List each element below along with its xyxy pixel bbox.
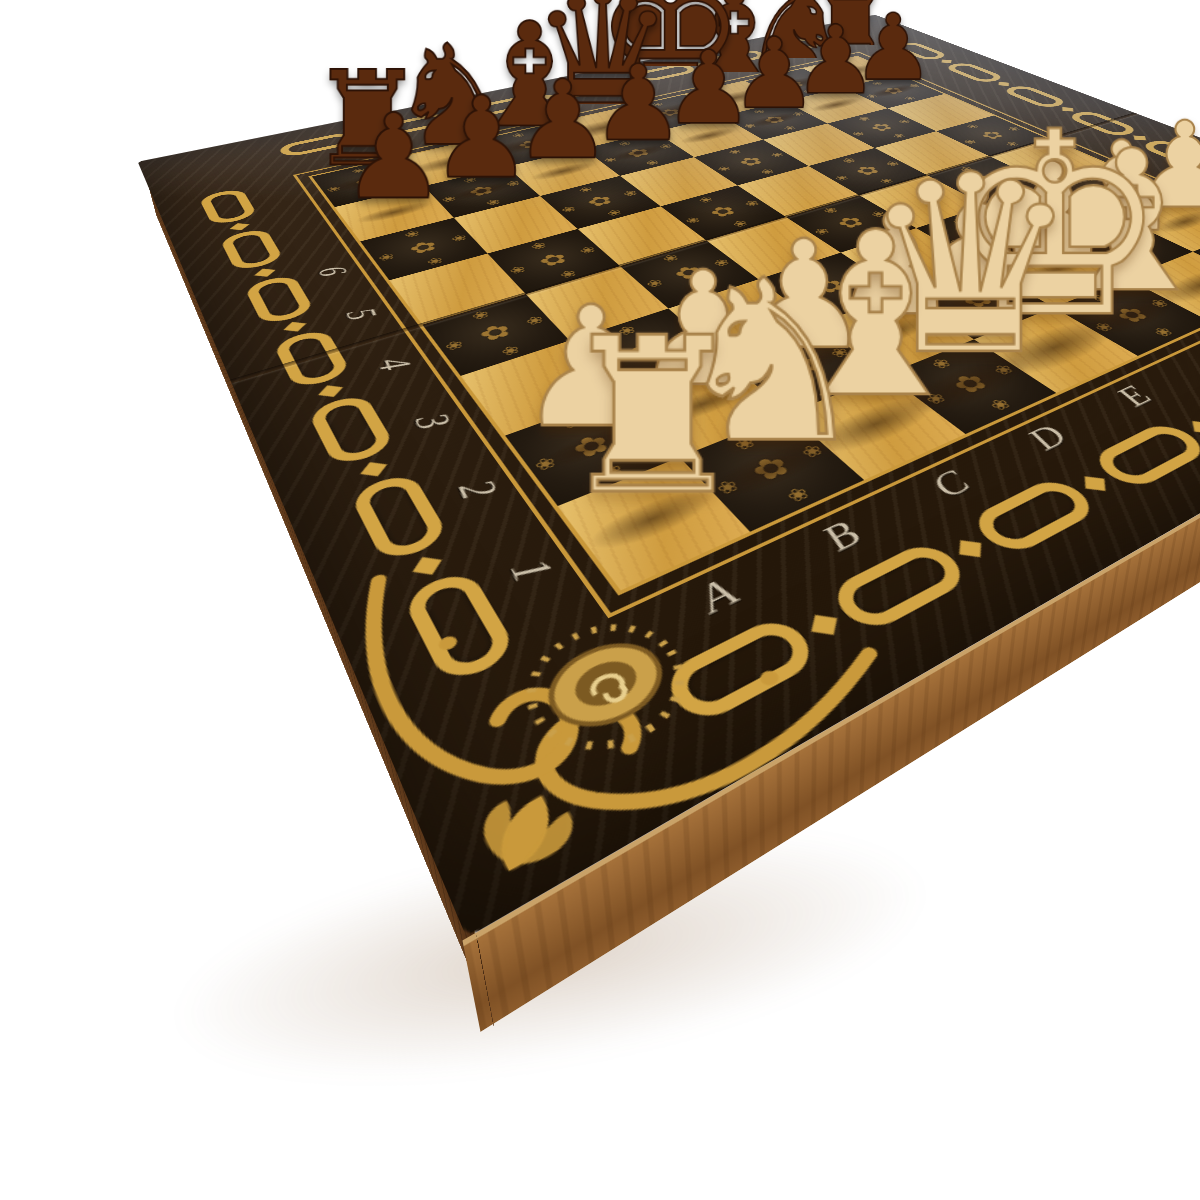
scene: ✿❀❀❀❀✿❀❀❀❀✿❀❀❀❀✿❀❀❀❀✿❀❀❀❀✿❀❀❀❀✿❀❀❀❀✿❀❀❀❀… bbox=[0, 0, 1200, 1200]
chain-connector bbox=[941, 60, 951, 63]
chess-board: ✿❀❀❀❀✿❀❀❀❀✿❀❀❀❀✿❀❀❀❀✿❀❀❀❀✿❀❀❀❀✿❀❀❀❀✿❀❀❀❀… bbox=[138, 15, 1200, 938]
piece-white-rook-a1[interactable]: ♜ bbox=[453, 314, 853, 518]
chain-connector bbox=[696, 63, 708, 67]
product-photo: ✿❀❀❀❀✿❀❀❀❀✿❀❀❀❀✿❀❀❀❀✿❀❀❀❀✿❀❀❀❀✿❀❀❀❀✿❀❀❀❀… bbox=[0, 0, 1200, 1200]
chain-connector bbox=[765, 49, 776, 52]
